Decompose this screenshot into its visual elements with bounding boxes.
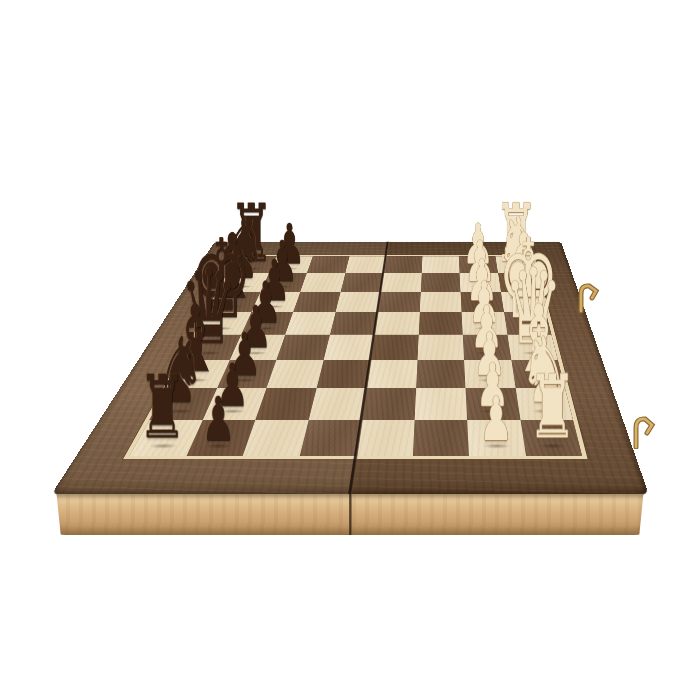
square-b5[interactable] (308, 388, 366, 420)
square-e1[interactable] (504, 312, 552, 335)
box-front-side (53, 494, 647, 535)
fold-seam-side (349, 494, 352, 535)
square-g2[interactable] (460, 273, 501, 291)
board-top-face: ♜♞♝♚♛♝♞♜♟♟♟♟♟♟♟♟♟♟♟♟♟♟♟♟♜♞♝♚♛♝♞♜ (51, 242, 649, 495)
chess-set-photo: ♜♞♝♚♛♝♞♜♟♟♟♟♟♟♟♟♟♟♟♟♟♟♟♟♜♞♝♚♛♝♞♜ (0, 0, 700, 700)
square-e6[interactable] (285, 312, 335, 335)
square-h4[interactable] (383, 256, 422, 273)
square-e5[interactable] (330, 312, 378, 335)
square-d6[interactable] (276, 335, 329, 360)
board-3d-tilt: ♜♞♝♚♛♝♞♜♟♟♟♟♟♟♟♟♟♟♟♟♟♟♟♟♜♞♝♚♛♝♞♜ (51, 242, 649, 495)
square-g6[interactable] (300, 273, 345, 291)
square-h6[interactable] (307, 256, 349, 273)
square-g7[interactable] (260, 273, 307, 291)
square-b2[interactable] (465, 388, 520, 420)
brass-clasp-icon-lower[interactable] (630, 413, 658, 449)
playing-area: ♜♞♝♚♛♝♞♜♟♟♟♟♟♟♟♟♟♟♟♟♟♟♟♟♜♞♝♚♛♝♞♜ (123, 255, 588, 459)
brass-clasp-icon-upper[interactable] (576, 281, 602, 313)
square-c5[interactable] (316, 360, 370, 388)
square-h5[interactable] (345, 256, 386, 273)
square-b1[interactable] (515, 388, 573, 420)
square-b3[interactable] (414, 388, 467, 420)
square-a3[interactable] (412, 420, 469, 456)
square-d2[interactable] (463, 335, 511, 360)
square-f1[interactable] (501, 292, 546, 312)
square-a2[interactable] (467, 420, 525, 456)
square-c1[interactable] (511, 360, 565, 388)
square-h3[interactable] (421, 256, 459, 273)
square-d3[interactable] (417, 335, 464, 360)
square-h1[interactable] (495, 256, 536, 273)
square-a5[interactable] (299, 420, 361, 456)
square-f3[interactable] (419, 292, 461, 312)
square-d4[interactable] (370, 335, 418, 360)
square-f5[interactable] (335, 292, 380, 312)
square-d5[interactable] (323, 335, 374, 360)
square-g1[interactable] (498, 273, 541, 291)
square-e2[interactable] (462, 312, 508, 335)
square-e4[interactable] (374, 312, 419, 335)
square-f6[interactable] (293, 292, 340, 312)
square-c2[interactable] (464, 360, 515, 388)
square-a4[interactable] (356, 420, 414, 456)
square-f4[interactable] (377, 292, 420, 312)
square-g5[interactable] (340, 273, 383, 291)
square-g4[interactable] (380, 273, 421, 291)
square-h2[interactable] (459, 256, 498, 273)
square-c6[interactable] (267, 360, 324, 388)
square-c3[interactable] (416, 360, 466, 388)
square-d1[interactable] (507, 335, 558, 360)
square-e3[interactable] (418, 312, 462, 335)
square-g3[interactable] (420, 273, 460, 291)
square-a6[interactable] (243, 420, 309, 456)
square-f2[interactable] (461, 292, 504, 312)
square-a1[interactable] (520, 420, 582, 456)
square-b6[interactable] (255, 388, 316, 420)
square-h7[interactable] (269, 256, 313, 273)
square-b4[interactable] (361, 388, 415, 420)
square-c4[interactable] (366, 360, 417, 388)
